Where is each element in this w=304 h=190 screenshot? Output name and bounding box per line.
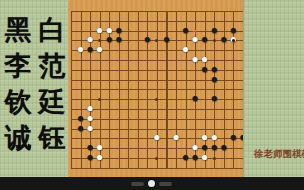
white-name-char-2: 廷 [36,84,68,120]
video-player-bar[interactable] [0,177,304,190]
black-stone: ● [219,35,229,45]
watermark-text: 徐老师围棋教室 [254,148,304,161]
white-stone: ● [190,143,200,153]
white-player-column: 白 范 廷 钰 [36,12,68,156]
black-stone: ● [114,35,124,45]
black-stone: ● [181,26,191,36]
white-name-char-1: 范 [36,48,68,84]
black-stone: ● [219,143,229,153]
white-stone: ● [152,133,162,143]
white-stone: ● [229,35,239,45]
last-move-marker [232,39,235,42]
right-mat-panel: 徐老师围棋教室 [243,0,304,177]
black-name-char-3: 诚 [2,120,34,156]
time-total-chip [159,182,172,186]
black-name-char-2: 钦 [2,84,34,120]
white-stone: ● [76,45,86,55]
black-stone: ● [229,133,239,143]
black-stone: ● [200,65,210,75]
white-stone: ● [209,133,219,143]
black-stone: ● [209,26,219,36]
white-stone: ● [85,124,95,134]
black-stone: ● [85,153,95,163]
players-panel: 黑 李 钦 诚 白 范 廷 钰 [0,0,69,177]
white-name-char-3: 钰 [36,120,68,156]
go-board: ●●●●●●●●●●●●●●●●●●●●●●●●●●●●●●●●●●●●●●●●… [68,0,243,177]
black-stone: ● [209,75,219,85]
white-stone: ● [95,153,105,163]
black-stone: ● [190,94,200,104]
white-stone: ● [200,153,210,163]
black-stone: ● [209,143,219,153]
annotation-marker: △ [192,28,197,34]
black-stone: ● [85,45,95,55]
black-stone: ● [143,35,153,45]
black-stone: ● [200,35,210,45]
black-stone: ● [181,153,191,163]
white-stone: ● [181,45,191,55]
white-stone: ● [85,35,95,45]
black-stone: ● [209,94,219,104]
black-name-char-1: 李 [2,48,34,84]
white-stone: ● [95,26,105,36]
progress-knob[interactable] [148,180,155,187]
time-elapsed-chip [131,182,144,186]
black-stone: ● [76,124,86,134]
white-label: 白 [36,12,68,48]
white-stone: ● [95,45,105,55]
black-stone: ● [104,35,114,45]
white-stone: ● [190,55,200,65]
white-stone: ● [171,133,181,143]
black-label: 黑 [2,12,34,48]
black-player-column: 黑 李 钦 诚 [2,12,34,156]
board-grid: ●●●●●●●●●●●●●●●●●●●●●●●●●●●●●●●●●●●●●●●●… [66,6,247,173]
white-stone: ● [200,55,210,65]
white-stone: ● [200,133,210,143]
white-stone: ● [190,35,200,45]
black-stone: ● [162,35,172,45]
white-stone: ● [104,26,114,36]
black-stone: ● [190,153,200,163]
